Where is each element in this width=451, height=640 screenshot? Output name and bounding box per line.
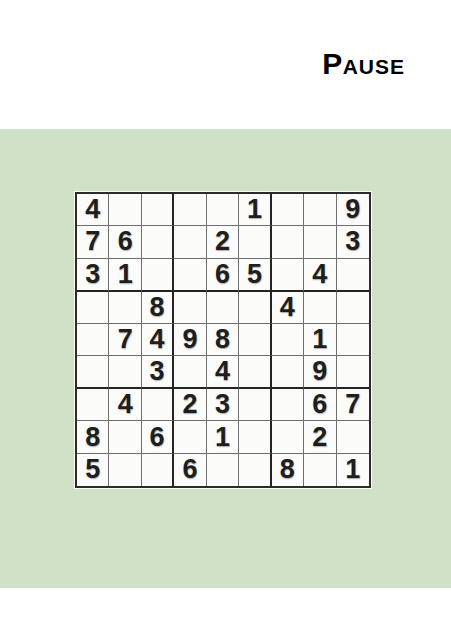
pause-label: PAUSE xyxy=(322,49,405,79)
cell-r7c4[interactable]: 2 xyxy=(174,389,206,421)
cell-r2c7[interactable] xyxy=(272,226,304,258)
cell-r3c8[interactable]: 4 xyxy=(304,259,336,292)
cell-r9c4[interactable]: 6 xyxy=(174,454,206,486)
cell-r8c1[interactable]: 8 xyxy=(77,421,109,453)
cell-r7c8[interactable]: 6 xyxy=(304,389,336,421)
cell-r1c3[interactable] xyxy=(142,194,174,226)
page-root: PAUSE 4197623316548474981349423678612568… xyxy=(0,0,451,640)
cell-r5c2[interactable]: 7 xyxy=(109,324,141,356)
cell-r6c2[interactable] xyxy=(109,356,141,389)
cell-r6c8[interactable]: 9 xyxy=(304,356,336,389)
cell-r7c6[interactable] xyxy=(239,389,271,421)
cell-r2c2[interactable]: 6 xyxy=(109,226,141,258)
cell-r1c7[interactable] xyxy=(272,194,304,226)
cell-r7c7[interactable] xyxy=(272,389,304,421)
cell-r4c8[interactable] xyxy=(304,292,336,324)
cell-r1c2[interactable] xyxy=(109,194,141,226)
cell-r2c3[interactable] xyxy=(142,226,174,258)
cell-r2c8[interactable] xyxy=(304,226,336,258)
cell-r2c4[interactable] xyxy=(174,226,206,258)
cell-r9c8[interactable] xyxy=(304,454,336,486)
cell-r2c5[interactable]: 2 xyxy=(207,226,239,258)
cell-r5c6[interactable] xyxy=(239,324,271,356)
cell-r4c4[interactable] xyxy=(174,292,206,324)
cell-r6c1[interactable] xyxy=(77,356,109,389)
cell-r5c8[interactable]: 1 xyxy=(304,324,336,356)
cell-r8c4[interactable] xyxy=(174,421,206,453)
cell-r9c2[interactable] xyxy=(109,454,141,486)
cell-r5c9[interactable] xyxy=(337,324,369,356)
cell-r7c1[interactable] xyxy=(77,389,109,421)
cell-r8c2[interactable] xyxy=(109,421,141,453)
cell-r1c5[interactable] xyxy=(207,194,239,226)
cell-r2c9[interactable]: 3 xyxy=(337,226,369,258)
cell-r1c8[interactable] xyxy=(304,194,336,226)
cell-r3c5[interactable]: 6 xyxy=(207,259,239,292)
cell-r8c8[interactable]: 2 xyxy=(304,421,336,453)
cell-r4c6[interactable] xyxy=(239,292,271,324)
cell-r6c7[interactable] xyxy=(272,356,304,389)
cell-r9c1[interactable]: 5 xyxy=(77,454,109,486)
cell-r5c1[interactable] xyxy=(77,324,109,356)
cell-r9c3[interactable] xyxy=(142,454,174,486)
cell-r4c1[interactable] xyxy=(77,292,109,324)
cell-r7c2[interactable]: 4 xyxy=(109,389,141,421)
cell-r3c9[interactable] xyxy=(337,259,369,292)
cell-r9c7[interactable]: 8 xyxy=(272,454,304,486)
cell-r6c5[interactable]: 4 xyxy=(207,356,239,389)
cell-r4c3[interactable]: 8 xyxy=(142,292,174,324)
cell-r3c2[interactable]: 1 xyxy=(109,259,141,292)
cell-r7c9[interactable]: 7 xyxy=(337,389,369,421)
cell-r3c7[interactable] xyxy=(272,259,304,292)
cell-r4c7[interactable]: 4 xyxy=(272,292,304,324)
cell-r8c3[interactable]: 6 xyxy=(142,421,174,453)
cell-r4c9[interactable] xyxy=(337,292,369,324)
cell-r1c6[interactable]: 1 xyxy=(239,194,271,226)
cell-r9c9[interactable]: 1 xyxy=(337,454,369,486)
cell-r3c6[interactable]: 5 xyxy=(239,259,271,292)
cell-r6c6[interactable] xyxy=(239,356,271,389)
cell-r1c4[interactable] xyxy=(174,194,206,226)
cell-r5c7[interactable] xyxy=(272,324,304,356)
cell-r4c2[interactable] xyxy=(109,292,141,324)
cell-r8c7[interactable] xyxy=(272,421,304,453)
cell-r5c3[interactable]: 4 xyxy=(142,324,174,356)
cell-r9c5[interactable] xyxy=(207,454,239,486)
cell-r5c4[interactable]: 9 xyxy=(174,324,206,356)
cell-r8c9[interactable] xyxy=(337,421,369,453)
cell-r4c5[interactable] xyxy=(207,292,239,324)
cell-r2c1[interactable]: 7 xyxy=(77,226,109,258)
cell-r6c3[interactable]: 3 xyxy=(142,356,174,389)
cell-r7c5[interactable]: 3 xyxy=(207,389,239,421)
cell-r8c5[interactable]: 1 xyxy=(207,421,239,453)
cell-r1c9[interactable]: 9 xyxy=(337,194,369,226)
cell-r2c6[interactable] xyxy=(239,226,271,258)
cell-r6c9[interactable] xyxy=(337,356,369,389)
cell-r6c4[interactable] xyxy=(174,356,206,389)
cell-r3c1[interactable]: 3 xyxy=(77,259,109,292)
cell-r8c6[interactable] xyxy=(239,421,271,453)
pause-initial-letter: P xyxy=(322,49,343,79)
sudoku-board: 41976233165484749813494236786125681 xyxy=(75,192,371,488)
cell-r9c6[interactable] xyxy=(239,454,271,486)
pause-smallcaps: AUSE xyxy=(343,56,405,77)
sudoku-board-panel: 41976233165484749813494236786125681 xyxy=(74,191,372,489)
cell-r1c1[interactable]: 4 xyxy=(77,194,109,226)
cell-r7c3[interactable] xyxy=(142,389,174,421)
cell-r3c4[interactable] xyxy=(174,259,206,292)
cell-r5c5[interactable]: 8 xyxy=(207,324,239,356)
cell-r3c3[interactable] xyxy=(142,259,174,292)
